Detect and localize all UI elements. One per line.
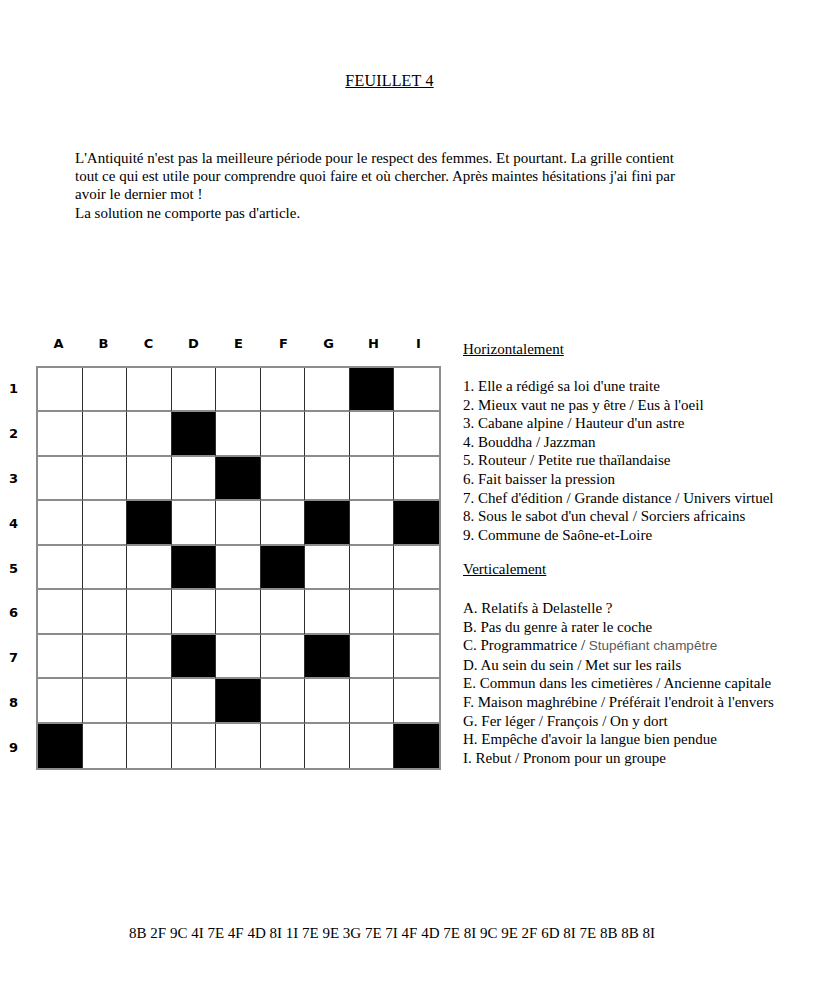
down-clue: I. Rebut / Pronom pour un groupe [463, 749, 774, 768]
grid-cell-H9[interactable] [350, 724, 395, 768]
crossword-grid [36, 366, 441, 770]
down-clue: A. Relatifs à Delastelle ? [463, 599, 774, 618]
grid-cell-B3[interactable] [83, 457, 128, 501]
clue-text: 1. Elle a rédigé sa loi d'une traite [463, 378, 660, 394]
grid-cell-H8[interactable] [350, 679, 395, 723]
row-label-8: 8 [0, 680, 27, 725]
grid-cell-G7 [305, 635, 350, 679]
across-clue: 8. Sous le sabot d'un cheval / Sorciers … [463, 507, 774, 526]
clue-text: G. Fer léger / François / On y dort [463, 713, 668, 729]
intro-line: La solution ne comporte pas d'article. [75, 204, 675, 222]
grid-cell-D7 [172, 635, 217, 679]
grid-cell-G4 [305, 501, 350, 545]
grid-cell-H5[interactable] [350, 546, 395, 590]
grid-cell-D3[interactable] [172, 457, 217, 501]
column-label-A: A [36, 336, 81, 351]
clue-text: 6. Fait baisser la pression [463, 471, 615, 487]
grid-cell-C2[interactable] [127, 412, 172, 456]
clue-text: B. Pas du genre à rater le coche [463, 619, 652, 635]
grid-cell-F1[interactable] [261, 368, 306, 412]
clue-alt-text: Stupéfiant champêtre [589, 638, 717, 653]
column-label-H: H [351, 336, 396, 351]
grid-cell-C9[interactable] [127, 724, 172, 768]
grid-cell-A5[interactable] [38, 546, 83, 590]
column-label-I: I [396, 336, 441, 351]
grid-cell-I4 [394, 501, 439, 545]
grid-cell-B5[interactable] [83, 546, 128, 590]
grid-cell-F4[interactable] [261, 501, 306, 545]
grid-cell-H7[interactable] [350, 635, 395, 679]
grid-cell-G3[interactable] [305, 457, 350, 501]
grid-cell-B6[interactable] [83, 590, 128, 634]
clue-text: 9. Commune de Saône-et-Loire [463, 527, 652, 543]
column-label-B: B [81, 336, 126, 351]
clue-text: 5. Routeur / Petite rue thaïlandaise [463, 452, 670, 468]
grid-cell-I3[interactable] [394, 457, 439, 501]
cipher-line: 8B 2F 9C 4I 7E 4F 4D 8I 1I 7E 9E 3G 7E 7… [0, 925, 784, 942]
grid-cell-G1[interactable] [305, 368, 350, 412]
grid-cell-F6[interactable] [261, 590, 306, 634]
row-label-2: 2 [0, 411, 27, 456]
grid-cell-G6[interactable] [305, 590, 350, 634]
grid-cell-B4[interactable] [83, 501, 128, 545]
grid-cell-F3[interactable] [261, 457, 306, 501]
column-label-D: D [171, 336, 216, 351]
clue-text: 2. Mieux vaut ne pas y être / Eus à l'oe… [463, 397, 704, 413]
intro-line: avoir le dernier mot ! [75, 185, 675, 203]
grid-cell-A8[interactable] [38, 679, 83, 723]
across-clue: 5. Routeur / Petite rue thaïlandaise [463, 451, 774, 470]
across-clue: 1. Elle a rédigé sa loi d'une traite [463, 377, 774, 396]
across-clue: 9. Commune de Saône-et-Loire [463, 526, 774, 545]
intro-paragraph: L'Antiquité n'est pas la meilleure pério… [75, 149, 675, 222]
down-clues-list: A. Relatifs à Delastelle ?B. Pas du genr… [463, 599, 774, 767]
page-title: FEUILLET 4 [0, 72, 779, 90]
grid-cell-C8[interactable] [127, 679, 172, 723]
across-heading: Horizontalement [463, 341, 564, 358]
row-label-4: 4 [0, 501, 27, 546]
grid-cell-C4 [127, 501, 172, 545]
row-label-6: 6 [0, 590, 27, 635]
across-clue: 6. Fait baisser la pression [463, 470, 774, 489]
across-clue: 4. Bouddha / Jazzman [463, 433, 774, 452]
grid-cell-A2[interactable] [38, 412, 83, 456]
grid-cell-H1 [350, 368, 395, 412]
down-clue: H. Empêche d'avoir la langue bien pendue [463, 730, 774, 749]
grid-cell-A4[interactable] [38, 501, 83, 545]
grid-cell-C1[interactable] [127, 368, 172, 412]
grid-cell-A9 [38, 724, 83, 768]
clue-text: 4. Bouddha / Jazzman [463, 434, 595, 450]
grid-cell-E4[interactable] [216, 501, 261, 545]
row-label-5: 5 [0, 546, 27, 591]
clue-text: H. Empêche d'avoir la langue bien pendue [463, 731, 717, 747]
grid-cell-D9[interactable] [172, 724, 217, 768]
intro-line: L'Antiquité n'est pas la meilleure pério… [75, 149, 675, 167]
clue-text: F. Maison maghrébine / Préférait l'endro… [463, 694, 774, 710]
grid-cell-F5 [261, 546, 306, 590]
grid-cell-E1[interactable] [216, 368, 261, 412]
grid-cell-E8 [216, 679, 261, 723]
column-label-F: F [261, 336, 306, 351]
grid-cell-B9[interactable] [83, 724, 128, 768]
grid-column-labels: ABCDEFGHI [36, 336, 441, 351]
clue-text: D. Au sein du sein / Met sur les rails [463, 657, 681, 673]
grid-cell-E2[interactable] [216, 412, 261, 456]
grid-cell-I8[interactable] [394, 679, 439, 723]
grid-cell-F7[interactable] [261, 635, 306, 679]
grid-cell-B8[interactable] [83, 679, 128, 723]
grid-cell-C7[interactable] [127, 635, 172, 679]
grid-cell-G9[interactable] [305, 724, 350, 768]
grid-cell-A6[interactable] [38, 590, 83, 634]
row-label-7: 7 [0, 635, 27, 680]
down-clue: G. Fer léger / François / On y dort [463, 712, 774, 731]
column-label-G: G [306, 336, 351, 351]
grid-cell-E6[interactable] [216, 590, 261, 634]
down-clue: B. Pas du genre à rater le coche [463, 618, 774, 637]
clue-text: E. Commun dans les cimetières / Ancienne… [463, 675, 771, 691]
grid-cell-E7[interactable] [216, 635, 261, 679]
clue-text: A. Relatifs à Delastelle ? [463, 600, 613, 616]
down-clue: C. Programmatrice / Stupéfiant champêtre [463, 636, 774, 656]
grid-cell-B7[interactable] [83, 635, 128, 679]
grid-cell-D6[interactable] [172, 590, 217, 634]
down-heading: Verticalement [463, 561, 546, 578]
grid-cell-I2[interactable] [394, 412, 439, 456]
grid-cell-E3 [216, 457, 261, 501]
grid-cell-D2 [172, 412, 217, 456]
grid-cell-G5[interactable] [305, 546, 350, 590]
grid-cell-H3[interactable] [350, 457, 395, 501]
grid-cell-F8[interactable] [261, 679, 306, 723]
grid-cell-G8[interactable] [305, 679, 350, 723]
down-clue: D. Au sein du sein / Met sur les rails [463, 656, 774, 675]
clue-text: C. Programmatrice / [463, 637, 589, 653]
down-clue: F. Maison maghrébine / Préférait l'endro… [463, 693, 774, 712]
row-label-9: 9 [0, 725, 27, 770]
clue-text: I. Rebut / Pronom pour un groupe [463, 750, 666, 766]
grid-cell-C5[interactable] [127, 546, 172, 590]
grid-cell-C3[interactable] [127, 457, 172, 501]
grid-cell-E9[interactable] [216, 724, 261, 768]
grid-cell-F2[interactable] [261, 412, 306, 456]
column-label-E: E [216, 336, 261, 351]
grid-cell-D1[interactable] [172, 368, 217, 412]
down-clue: E. Commun dans les cimetières / Ancienne… [463, 674, 774, 693]
grid-cell-A3[interactable] [38, 457, 83, 501]
grid-cell-H2[interactable] [350, 412, 395, 456]
clue-text: 8. Sous le sabot d'un cheval / Sorciers … [463, 508, 745, 524]
column-label-C: C [126, 336, 171, 351]
grid-cell-D5 [172, 546, 217, 590]
row-label-3: 3 [0, 456, 27, 501]
grid-cell-D8[interactable] [172, 679, 217, 723]
grid-cell-B1[interactable] [83, 368, 128, 412]
intro-line: tout ce qui est utile pour comprendre qu… [75, 167, 675, 185]
grid-cell-I1[interactable] [394, 368, 439, 412]
across-clue: 3. Cabane alpine / Hauteur d'un astre [463, 414, 774, 433]
grid-cell-I7[interactable] [394, 635, 439, 679]
across-clue: 2. Mieux vaut ne pas y être / Eus à l'oe… [463, 396, 774, 415]
grid-cell-I5[interactable] [394, 546, 439, 590]
across-clues-list: 1. Elle a rédigé sa loi d'une traite2. M… [463, 377, 774, 544]
grid-cell-E5[interactable] [216, 546, 261, 590]
grid-cell-G2[interactable] [305, 412, 350, 456]
grid-cell-H6[interactable] [350, 590, 395, 634]
row-label-1: 1 [0, 366, 27, 411]
grid-cell-I6[interactable] [394, 590, 439, 634]
grid-cell-F9[interactable] [261, 724, 306, 768]
grid-cell-I9 [394, 724, 439, 768]
grid-cell-B2[interactable] [83, 412, 128, 456]
grid-cell-H4[interactable] [350, 501, 395, 545]
grid-cell-A1[interactable] [38, 368, 83, 412]
clue-text: 7. Chef d'édition / Grande distance / Un… [463, 490, 774, 506]
grid-cell-C6[interactable] [127, 590, 172, 634]
grid-cell-D4[interactable] [172, 501, 217, 545]
grid-cell-A7[interactable] [38, 635, 83, 679]
grid-row-labels: 123456789 [0, 366, 27, 770]
across-clue: 7. Chef d'édition / Grande distance / Un… [463, 489, 774, 508]
clue-text: 3. Cabane alpine / Hauteur d'un astre [463, 415, 684, 431]
